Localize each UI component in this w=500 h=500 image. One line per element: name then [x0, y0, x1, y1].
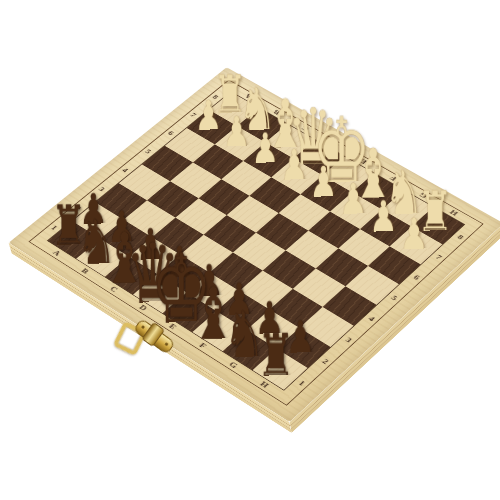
rank-label-7-far: 7 — [429, 251, 447, 264]
rank-label-6-far: 6 — [407, 271, 425, 284]
rank-label-8-far: 8 — [451, 231, 469, 244]
rank-label-4: 4 — [116, 164, 133, 176]
rank-label-4-far: 4 — [362, 312, 381, 325]
file-label-g: G — [224, 358, 243, 372]
rank-label-5-far: 5 — [385, 292, 404, 305]
rank-label-5: 5 — [139, 146, 156, 158]
file-label-c: C — [105, 283, 123, 296]
rank-label-2-far: 2 — [316, 355, 335, 369]
file-label-h: H — [255, 378, 274, 392]
rank-label-6: 6 — [162, 128, 179, 140]
chess-board: 1122334455667788AABBCCDDEEFFGGHH ♜♞♝♛♚♝♞… — [9, 67, 500, 422]
product-photo-stage: 1122334455667788AABBCCDDEEFFGGHH ♜♞♝♛♚♝♞… — [0, 0, 500, 500]
scene-3d: 1122334455667788AABBCCDDEEFFGGHH ♜♞♝♛♚♝♞… — [0, 0, 500, 500]
rank-label-1-far: 1 — [292, 376, 311, 390]
file-label-f: F — [193, 339, 212, 353]
rank-label-3-far: 3 — [339, 333, 358, 347]
